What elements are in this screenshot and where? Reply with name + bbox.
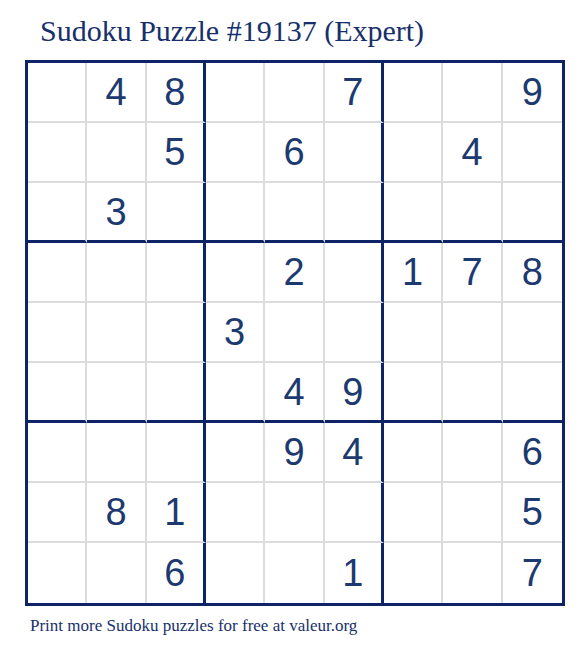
cell-r4c4[interactable] xyxy=(206,243,265,303)
cell-r3c2[interactable]: 3 xyxy=(87,183,146,243)
cell-r6c4[interactable] xyxy=(206,363,265,423)
sudoku-board: 487956432178349946815617 xyxy=(25,60,565,606)
cell-r1c2[interactable]: 4 xyxy=(87,63,146,123)
cell-r5c8[interactable] xyxy=(443,303,502,363)
cell-r6c5[interactable]: 4 xyxy=(265,363,324,423)
cell-r1c9[interactable]: 9 xyxy=(503,63,562,123)
cell-r8c4[interactable] xyxy=(206,483,265,543)
cell-r6c2[interactable] xyxy=(87,363,146,423)
cell-r7c9[interactable]: 6 xyxy=(503,423,562,483)
cell-r1c6[interactable]: 7 xyxy=(325,63,384,123)
cell-r7c8[interactable] xyxy=(443,423,502,483)
cell-r7c1[interactable] xyxy=(28,423,87,483)
cell-r8c2[interactable]: 8 xyxy=(87,483,146,543)
cell-r3c8[interactable] xyxy=(443,183,502,243)
cell-r7c3[interactable] xyxy=(147,423,206,483)
cell-r6c9[interactable] xyxy=(503,363,562,423)
cell-r8c9[interactable]: 5 xyxy=(503,483,562,543)
cell-r7c7[interactable] xyxy=(384,423,443,483)
cell-r6c6[interactable]: 9 xyxy=(325,363,384,423)
footer-text: Print more Sudoku puzzles for free at va… xyxy=(30,616,357,636)
cell-r4c5[interactable]: 2 xyxy=(265,243,324,303)
cell-r3c7[interactable] xyxy=(384,183,443,243)
cell-r3c5[interactable] xyxy=(265,183,324,243)
cell-r3c6[interactable] xyxy=(325,183,384,243)
cell-r7c6[interactable]: 4 xyxy=(325,423,384,483)
cell-r4c3[interactable] xyxy=(147,243,206,303)
cell-r6c3[interactable] xyxy=(147,363,206,423)
cell-r9c9[interactable]: 7 xyxy=(503,543,562,603)
cell-r4c2[interactable] xyxy=(87,243,146,303)
cell-r9c8[interactable] xyxy=(443,543,502,603)
cell-r2c8[interactable]: 4 xyxy=(443,123,502,183)
cell-r8c6[interactable] xyxy=(325,483,384,543)
cell-r7c4[interactable] xyxy=(206,423,265,483)
cell-r2c2[interactable] xyxy=(87,123,146,183)
cell-r7c5[interactable]: 9 xyxy=(265,423,324,483)
cell-r5c6[interactable] xyxy=(325,303,384,363)
cell-r9c6[interactable]: 1 xyxy=(325,543,384,603)
cell-r8c1[interactable] xyxy=(28,483,87,543)
cell-r3c4[interactable] xyxy=(206,183,265,243)
cell-r5c4[interactable]: 3 xyxy=(206,303,265,363)
cell-r5c9[interactable] xyxy=(503,303,562,363)
cell-r8c3[interactable]: 1 xyxy=(147,483,206,543)
cell-r6c7[interactable] xyxy=(384,363,443,423)
cell-r4c7[interactable]: 1 xyxy=(384,243,443,303)
cell-r1c8[interactable] xyxy=(443,63,502,123)
cell-r5c5[interactable] xyxy=(265,303,324,363)
cell-r6c1[interactable] xyxy=(28,363,87,423)
cell-r2c9[interactable] xyxy=(503,123,562,183)
cell-r8c5[interactable] xyxy=(265,483,324,543)
cell-r3c1[interactable] xyxy=(28,183,87,243)
cell-r3c9[interactable] xyxy=(503,183,562,243)
cell-r4c8[interactable]: 7 xyxy=(443,243,502,303)
cell-r1c1[interactable] xyxy=(28,63,87,123)
cell-r4c1[interactable] xyxy=(28,243,87,303)
cell-r5c2[interactable] xyxy=(87,303,146,363)
cell-r9c3[interactable]: 6 xyxy=(147,543,206,603)
cell-r2c7[interactable] xyxy=(384,123,443,183)
cell-r2c5[interactable]: 6 xyxy=(265,123,324,183)
cell-r5c1[interactable] xyxy=(28,303,87,363)
cell-r4c6[interactable] xyxy=(325,243,384,303)
cell-r1c5[interactable] xyxy=(265,63,324,123)
cell-r1c7[interactable] xyxy=(384,63,443,123)
cell-r6c8[interactable] xyxy=(443,363,502,423)
cell-r1c4[interactable] xyxy=(206,63,265,123)
cell-r9c2[interactable] xyxy=(87,543,146,603)
cell-r3c3[interactable] xyxy=(147,183,206,243)
cell-r5c3[interactable] xyxy=(147,303,206,363)
cell-r5c7[interactable] xyxy=(384,303,443,363)
cell-r7c2[interactable] xyxy=(87,423,146,483)
cell-r9c4[interactable] xyxy=(206,543,265,603)
cell-r1c3[interactable]: 8 xyxy=(147,63,206,123)
cell-r4c9[interactable]: 8 xyxy=(503,243,562,303)
cell-r8c7[interactable] xyxy=(384,483,443,543)
cell-r2c1[interactable] xyxy=(28,123,87,183)
cell-r2c3[interactable]: 5 xyxy=(147,123,206,183)
cell-r8c8[interactable] xyxy=(443,483,502,543)
cell-r2c4[interactable] xyxy=(206,123,265,183)
cell-r2c6[interactable] xyxy=(325,123,384,183)
cell-r9c1[interactable] xyxy=(28,543,87,603)
cell-r9c7[interactable] xyxy=(384,543,443,603)
page-title: Sudoku Puzzle #19137 (Expert) xyxy=(40,14,424,48)
cell-r9c5[interactable] xyxy=(265,543,324,603)
